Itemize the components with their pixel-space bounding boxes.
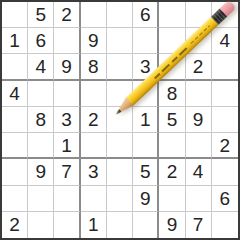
cell-r7c4[interactable]: 3 — [81, 159, 107, 185]
cell-r5c3[interactable]: 3 — [54, 107, 80, 133]
cell-r6c4[interactable] — [81, 133, 107, 159]
cell-r1c1[interactable] — [2, 2, 28, 28]
cell-r6c3[interactable]: 1 — [54, 133, 80, 159]
cell-r7c6[interactable]: 5 — [133, 159, 159, 185]
cell-r9c1[interactable]: 2 — [2, 212, 28, 238]
cell-r3c1[interactable] — [2, 54, 28, 80]
cell-r8c8[interactable] — [186, 186, 212, 212]
sudoku-puzzle-screen: 5261694498324883215912973524962197 — [0, 0, 240, 240]
cell-r9c6[interactable] — [133, 212, 159, 238]
cell-r9c7[interactable]: 9 — [159, 212, 185, 238]
cell-r9c9[interactable] — [212, 212, 238, 238]
cell-r2c4[interactable]: 9 — [81, 28, 107, 54]
cell-r2c9[interactable]: 4 — [212, 28, 238, 54]
cell-r5c9[interactable] — [212, 107, 238, 133]
cell-r1c6[interactable]: 6 — [133, 2, 159, 28]
cell-r8c1[interactable] — [2, 186, 28, 212]
cell-r8c5[interactable] — [107, 186, 133, 212]
cell-r6c9[interactable]: 2 — [212, 133, 238, 159]
cell-r5c8[interactable]: 9 — [186, 107, 212, 133]
cell-r3c3[interactable]: 9 — [54, 54, 80, 80]
cell-r4c1[interactable]: 4 — [2, 81, 28, 107]
cell-r6c1[interactable] — [2, 133, 28, 159]
cell-r4c7[interactable]: 8 — [159, 81, 185, 107]
cell-r9c5[interactable] — [107, 212, 133, 238]
cell-r6c7[interactable] — [159, 133, 185, 159]
cell-r5c6[interactable]: 1 — [133, 107, 159, 133]
cell-r1c5[interactable] — [107, 2, 133, 28]
cell-r4c2[interactable] — [28, 81, 54, 107]
cell-r8c2[interactable] — [28, 186, 54, 212]
cell-r7c8[interactable]: 4 — [186, 159, 212, 185]
cell-r7c5[interactable] — [107, 159, 133, 185]
cell-r7c1[interactable] — [2, 159, 28, 185]
cell-r5c4[interactable]: 2 — [81, 107, 107, 133]
cell-r7c2[interactable]: 9 — [28, 159, 54, 185]
cell-r2c3[interactable] — [54, 28, 80, 54]
cell-r7c3[interactable]: 7 — [54, 159, 80, 185]
cell-r8c6[interactable]: 9 — [133, 186, 159, 212]
cell-r1c3[interactable]: 2 — [54, 2, 80, 28]
cell-r8c9[interactable]: 6 — [212, 186, 238, 212]
cell-r5c7[interactable]: 5 — [159, 107, 185, 133]
cell-r9c8[interactable]: 7 — [186, 212, 212, 238]
cell-r5c1[interactable] — [2, 107, 28, 133]
cell-r1c4[interactable] — [81, 2, 107, 28]
cell-r9c3[interactable] — [54, 212, 80, 238]
cell-r2c6[interactable] — [133, 28, 159, 54]
cell-r6c2[interactable] — [28, 133, 54, 159]
cell-r3c9[interactable] — [212, 54, 238, 80]
cell-r2c2[interactable]: 6 — [28, 28, 54, 54]
cell-r5c2[interactable]: 8 — [28, 107, 54, 133]
cell-r3c8[interactable]: 2 — [186, 54, 212, 80]
cell-r9c4[interactable]: 1 — [81, 212, 107, 238]
cell-r6c8[interactable] — [186, 133, 212, 159]
cell-r6c5[interactable] — [107, 133, 133, 159]
cell-r3c5[interactable] — [107, 54, 133, 80]
cell-r7c7[interactable]: 2 — [159, 159, 185, 185]
cell-r8c3[interactable] — [54, 186, 80, 212]
cell-r2c1[interactable]: 1 — [2, 28, 28, 54]
cell-r8c7[interactable] — [159, 186, 185, 212]
cell-r1c7[interactable] — [159, 2, 185, 28]
cell-r4c4[interactable] — [81, 81, 107, 107]
cell-r4c3[interactable] — [54, 81, 80, 107]
cell-r4c8[interactable] — [186, 81, 212, 107]
cell-r9c2[interactable] — [28, 212, 54, 238]
cell-r8c4[interactable] — [81, 186, 107, 212]
cell-r3c2[interactable]: 4 — [28, 54, 54, 80]
cell-r2c5[interactable] — [107, 28, 133, 54]
cell-r1c2[interactable]: 5 — [28, 2, 54, 28]
cell-r7c9[interactable] — [212, 159, 238, 185]
cell-r6c6[interactable] — [133, 133, 159, 159]
cell-r3c4[interactable]: 8 — [81, 54, 107, 80]
cell-r4c9[interactable] — [212, 81, 238, 107]
